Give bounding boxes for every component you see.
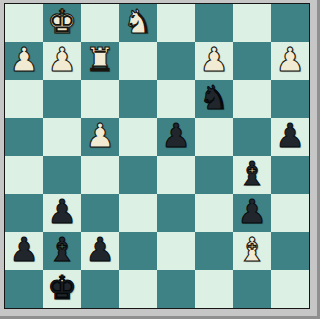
- piece-wP-g2: ♟: [47, 42, 77, 79]
- piece-bP-b6: ♟: [237, 194, 267, 231]
- square-h1[interactable]: [5, 4, 43, 42]
- square-e6[interactable]: [119, 194, 157, 232]
- square-b7[interactable]: ♝: [233, 232, 271, 270]
- square-g1[interactable]: ♚: [43, 4, 81, 42]
- square-e2[interactable]: [119, 42, 157, 80]
- square-b3[interactable]: [233, 80, 271, 118]
- square-h5[interactable]: [5, 156, 43, 194]
- square-f4[interactable]: ♟: [81, 118, 119, 156]
- square-h8[interactable]: [5, 270, 43, 308]
- square-e4[interactable]: [119, 118, 157, 156]
- square-a5[interactable]: [271, 156, 309, 194]
- square-b6[interactable]: ♟: [233, 194, 271, 232]
- piece-bP-g6: ♟: [47, 194, 77, 231]
- square-a2[interactable]: ♟: [271, 42, 309, 80]
- square-g7[interactable]: ♝: [43, 232, 81, 270]
- square-d8[interactable]: [157, 270, 195, 308]
- piece-wP-f4: ♟: [85, 118, 115, 155]
- piece-bP-f7: ♟: [85, 232, 115, 269]
- piece-bK-g8: ♚: [47, 270, 77, 307]
- square-e7[interactable]: [119, 232, 157, 270]
- square-e3[interactable]: [119, 80, 157, 118]
- square-e8[interactable]: [119, 270, 157, 308]
- square-b4[interactable]: [233, 118, 271, 156]
- square-d6[interactable]: [157, 194, 195, 232]
- piece-wP-h2: ♟: [9, 42, 39, 79]
- square-f3[interactable]: [81, 80, 119, 118]
- square-a6[interactable]: [271, 194, 309, 232]
- square-g8[interactable]: ♚: [43, 270, 81, 308]
- square-c7[interactable]: [195, 232, 233, 270]
- piece-bP-d4: ♟: [161, 118, 191, 155]
- square-h6[interactable]: [5, 194, 43, 232]
- square-c1[interactable]: [195, 4, 233, 42]
- square-g5[interactable]: [43, 156, 81, 194]
- chess-board: ♚♞♟♟♜♟♟♞♟♟♟♝♟♟♟♝♟♝♚: [4, 3, 310, 309]
- square-a3[interactable]: [271, 80, 309, 118]
- square-f1[interactable]: [81, 4, 119, 42]
- square-f2[interactable]: ♜: [81, 42, 119, 80]
- square-h3[interactable]: [5, 80, 43, 118]
- square-c4[interactable]: [195, 118, 233, 156]
- square-f6[interactable]: [81, 194, 119, 232]
- square-c5[interactable]: [195, 156, 233, 194]
- square-a7[interactable]: [271, 232, 309, 270]
- square-f7[interactable]: ♟: [81, 232, 119, 270]
- square-h4[interactable]: [5, 118, 43, 156]
- piece-wP-c2: ♟: [199, 42, 229, 79]
- square-h7[interactable]: ♟: [5, 232, 43, 270]
- square-c6[interactable]: [195, 194, 233, 232]
- piece-bP-h7: ♟: [9, 232, 39, 269]
- piece-wB-b7: ♝: [237, 232, 267, 269]
- square-g3[interactable]: [43, 80, 81, 118]
- square-d2[interactable]: [157, 42, 195, 80]
- square-b8[interactable]: [233, 270, 271, 308]
- piece-bB-b5: ♝: [237, 156, 267, 193]
- square-g4[interactable]: [43, 118, 81, 156]
- square-g2[interactable]: ♟: [43, 42, 81, 80]
- square-b5[interactable]: ♝: [233, 156, 271, 194]
- square-d4[interactable]: ♟: [157, 118, 195, 156]
- square-c2[interactable]: ♟: [195, 42, 233, 80]
- piece-bB-g7: ♝: [47, 232, 77, 269]
- piece-bN-c3: ♞: [199, 80, 229, 117]
- square-c8[interactable]: [195, 270, 233, 308]
- square-b1[interactable]: [233, 4, 271, 42]
- square-a4[interactable]: ♟: [271, 118, 309, 156]
- piece-wR-f2: ♜: [85, 42, 115, 79]
- square-h2[interactable]: ♟: [5, 42, 43, 80]
- square-d5[interactable]: [157, 156, 195, 194]
- square-e1[interactable]: ♞: [119, 4, 157, 42]
- square-d3[interactable]: [157, 80, 195, 118]
- square-d1[interactable]: [157, 4, 195, 42]
- piece-bP-a4: ♟: [275, 118, 305, 155]
- chessboard-window: ♚♞♟♟♜♟♟♞♟♟♟♝♟♟♟♝♟♝♚: [0, 0, 320, 319]
- square-b2[interactable]: [233, 42, 271, 80]
- square-d7[interactable]: [157, 232, 195, 270]
- square-f8[interactable]: [81, 270, 119, 308]
- piece-wK-g1: ♚: [47, 4, 77, 41]
- square-c3[interactable]: ♞: [195, 80, 233, 118]
- square-f5[interactable]: [81, 156, 119, 194]
- square-e5[interactable]: [119, 156, 157, 194]
- square-a1[interactable]: [271, 4, 309, 42]
- square-g6[interactable]: ♟: [43, 194, 81, 232]
- piece-wP-a2: ♟: [275, 42, 305, 79]
- piece-wN-e1: ♞: [123, 4, 153, 41]
- square-a8[interactable]: [271, 270, 309, 308]
